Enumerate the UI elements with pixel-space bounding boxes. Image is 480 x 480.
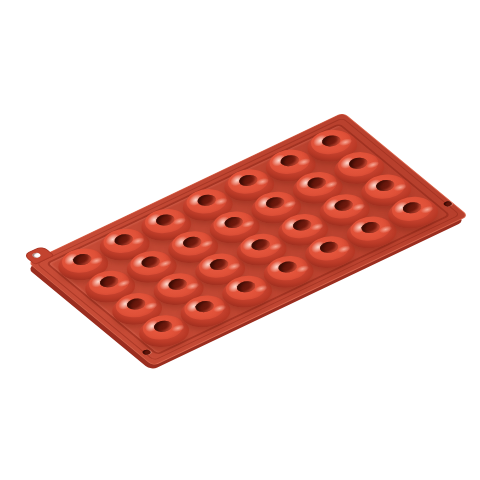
mold-plate [28,112,469,366]
hanging-tab-hole [31,252,42,259]
corner-hole-bottom [141,349,152,356]
product-photo-canvas [0,0,480,480]
corner-hole-right [442,200,453,207]
cavity-field [49,125,448,353]
